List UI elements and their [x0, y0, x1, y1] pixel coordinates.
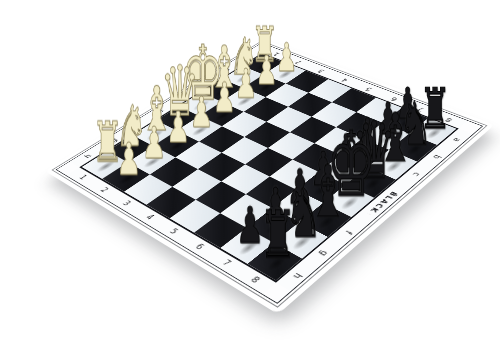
coordinate-label: c [410, 171, 421, 177]
coordinate-label: 1 [78, 174, 89, 181]
coordinate-label: 5 [365, 86, 374, 91]
white-pawn-a2: ♟ [276, 38, 298, 77]
product-photo-stage: hgfedcba 12345678 ♜♞♝♛♚♝♞♜♟♟♟♟♟♟♟♟♟♟♟♟♟♟… [0, 0, 500, 342]
coordinate-label: d [388, 189, 400, 196]
white-pawn-f2: ♟ [166, 106, 190, 149]
chess-board: hgfedcba 12345678 ♜♞♝♛♚♝♞♜♟♟♟♟♟♟♟♟♟♟♟♟♟♟… [45, 38, 495, 314]
white-pawn-b2: ♟ [255, 50, 277, 90]
coordinate-label: 7 [220, 258, 232, 267]
black-rook-h8: ♜ [259, 202, 296, 268]
board-frame: hgfedcba 12345678 ♜♞♝♛♚♝♞♜♟♟♟♟♟♟♟♟♟♟♟♟♟♟… [56, 43, 484, 304]
coordinate-label: 3 [317, 68, 326, 73]
coordinate-label: a [451, 137, 462, 143]
coordinate-label: f [342, 229, 352, 235]
coordinate-label: 3 [121, 200, 132, 207]
coordinate-label: 8 [249, 275, 261, 284]
white-pawn-h2: ♟ [116, 137, 141, 182]
coordinate-label: h [291, 271, 304, 279]
coordinate-label: 4 [340, 77, 349, 82]
coordinate-label: 5 [168, 228, 180, 236]
coordinate-label: 4 [144, 213, 155, 221]
coordinate-label: b [430, 153, 441, 159]
coordinate-label: e [365, 209, 377, 216]
white-pawn-g2: ♟ [141, 121, 165, 165]
coordinate-label: 2 [99, 186, 110, 193]
coordinate-label: g [317, 249, 329, 257]
white-pawn-c2: ♟ [234, 63, 257, 104]
coordinate-label: 6 [194, 243, 206, 251]
squares-grid: ♜♞♝♛♚♝♞♜♟♟♟♟♟♟♟♟♟♟♟♟♟♟♟♟♜♞♝♚♛♝♞♜ [79, 53, 459, 283]
white-pawn-e2: ♟ [190, 91, 213, 133]
white-pawn-d2: ♟ [212, 77, 235, 118]
